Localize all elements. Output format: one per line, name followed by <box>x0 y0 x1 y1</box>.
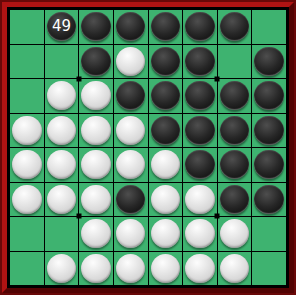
white-disc <box>81 219 111 248</box>
square-h3[interactable] <box>252 79 286 113</box>
square-b5[interactable] <box>45 148 79 182</box>
black-disc <box>116 81 146 110</box>
square-f5[interactable] <box>183 148 217 182</box>
black-disc <box>220 150 250 179</box>
white-disc <box>81 254 111 283</box>
black-disc <box>185 116 215 145</box>
black-disc <box>254 81 284 110</box>
black-disc <box>151 12 181 41</box>
white-disc <box>116 150 146 179</box>
white-disc <box>220 254 250 283</box>
white-disc <box>81 81 111 110</box>
white-disc <box>151 185 181 214</box>
square-c8[interactable] <box>79 252 113 286</box>
square-h7[interactable] <box>252 217 286 251</box>
square-b4[interactable] <box>45 114 79 148</box>
white-disc <box>81 185 111 214</box>
square-f3[interactable] <box>183 79 217 113</box>
square-d4[interactable] <box>114 114 148 148</box>
square-c2[interactable] <box>79 45 113 79</box>
square-b1[interactable]: 49 <box>45 10 79 44</box>
square-c6[interactable] <box>79 183 113 217</box>
square-a3[interactable] <box>10 79 44 113</box>
square-b7[interactable] <box>45 217 79 251</box>
black-disc <box>151 47 181 76</box>
black-disc <box>116 12 146 41</box>
black-disc <box>185 12 215 41</box>
black-disc <box>254 116 284 145</box>
square-b2[interactable] <box>45 45 79 79</box>
black-disc <box>116 185 146 214</box>
black-disc <box>81 12 111 41</box>
square-h1[interactable] <box>252 10 286 44</box>
star-point <box>215 76 220 81</box>
square-e2[interactable] <box>149 45 183 79</box>
square-a4[interactable] <box>10 114 44 148</box>
square-c4[interactable] <box>79 114 113 148</box>
square-a8[interactable] <box>10 252 44 286</box>
square-a6[interactable] <box>10 183 44 217</box>
white-disc <box>47 150 77 179</box>
white-disc <box>81 150 111 179</box>
square-a2[interactable] <box>10 45 44 79</box>
black-disc <box>151 116 181 145</box>
white-disc <box>151 219 181 248</box>
square-h8[interactable] <box>252 252 286 286</box>
black-disc: 49 <box>47 12 77 41</box>
square-f6[interactable] <box>183 183 217 217</box>
white-disc <box>151 254 181 283</box>
square-g1[interactable] <box>218 10 252 44</box>
square-g7[interactable] <box>218 217 252 251</box>
white-disc <box>47 254 77 283</box>
square-h2[interactable] <box>252 45 286 79</box>
square-h5[interactable] <box>252 148 286 182</box>
square-c3[interactable] <box>79 79 113 113</box>
othello-board: 49 <box>7 7 289 288</box>
white-disc <box>116 219 146 248</box>
white-disc <box>47 81 77 110</box>
white-disc <box>12 116 42 145</box>
white-disc <box>185 219 215 248</box>
black-disc <box>254 185 284 214</box>
black-disc <box>220 81 250 110</box>
square-b8[interactable] <box>45 252 79 286</box>
star-point <box>215 214 220 219</box>
board-frame-bevel: 49 <box>2 2 294 293</box>
square-c1[interactable] <box>79 10 113 44</box>
white-disc <box>116 254 146 283</box>
square-a1[interactable] <box>10 10 44 44</box>
square-e5[interactable] <box>149 148 183 182</box>
black-disc <box>81 47 111 76</box>
square-f1[interactable] <box>183 10 217 44</box>
white-disc <box>47 185 77 214</box>
square-e1[interactable] <box>149 10 183 44</box>
square-d2[interactable] <box>114 45 148 79</box>
square-g2[interactable] <box>218 45 252 79</box>
black-disc <box>254 47 284 76</box>
square-f7[interactable] <box>183 217 217 251</box>
move-number-label: 49 <box>52 19 71 34</box>
black-disc <box>254 150 284 179</box>
square-f8[interactable] <box>183 252 217 286</box>
white-disc <box>12 150 42 179</box>
black-disc <box>185 47 215 76</box>
square-e7[interactable] <box>149 217 183 251</box>
white-disc <box>220 219 250 248</box>
star-point <box>77 76 82 81</box>
square-g5[interactable] <box>218 148 252 182</box>
black-disc <box>185 150 215 179</box>
square-d8[interactable] <box>114 252 148 286</box>
white-disc <box>185 185 215 214</box>
square-h6[interactable] <box>252 183 286 217</box>
square-g6[interactable] <box>218 183 252 217</box>
square-g8[interactable] <box>218 252 252 286</box>
square-e4[interactable] <box>149 114 183 148</box>
black-disc <box>220 185 250 214</box>
square-d5[interactable] <box>114 148 148 182</box>
square-e8[interactable] <box>149 252 183 286</box>
black-disc <box>151 81 181 110</box>
square-a7[interactable] <box>10 217 44 251</box>
square-e6[interactable] <box>149 183 183 217</box>
square-h4[interactable] <box>252 114 286 148</box>
square-c7[interactable] <box>79 217 113 251</box>
square-f4[interactable] <box>183 114 217 148</box>
square-f2[interactable] <box>183 45 217 79</box>
square-b3[interactable] <box>45 79 79 113</box>
white-disc <box>116 47 146 76</box>
square-d1[interactable] <box>114 10 148 44</box>
star-point <box>77 214 82 219</box>
black-disc <box>185 81 215 110</box>
white-disc <box>151 150 181 179</box>
board-frame: 49 <box>0 0 296 295</box>
white-disc <box>47 116 77 145</box>
square-d3[interactable] <box>114 79 148 113</box>
square-g4[interactable] <box>218 114 252 148</box>
square-b6[interactable] <box>45 183 79 217</box>
square-a5[interactable] <box>10 148 44 182</box>
white-disc <box>185 254 215 283</box>
square-c5[interactable] <box>79 148 113 182</box>
square-e3[interactable] <box>149 79 183 113</box>
square-d7[interactable] <box>114 217 148 251</box>
black-disc <box>220 12 250 41</box>
square-g3[interactable] <box>218 79 252 113</box>
white-disc <box>81 116 111 145</box>
black-disc <box>220 116 250 145</box>
square-d6[interactable] <box>114 183 148 217</box>
white-disc <box>12 185 42 214</box>
white-disc <box>116 116 146 145</box>
